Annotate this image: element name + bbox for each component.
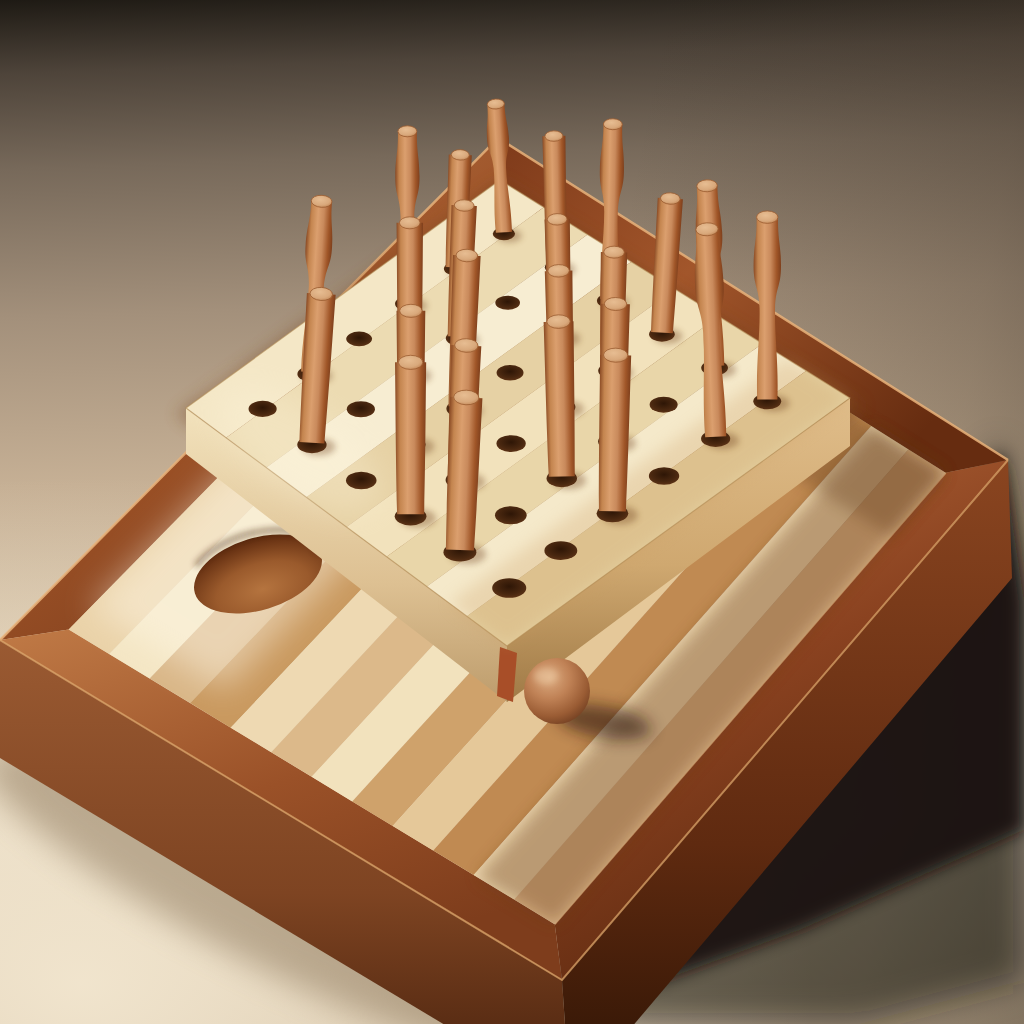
peg-shaft [544, 321, 577, 476]
ball-highlight [534, 668, 558, 684]
peg-shaft [597, 355, 631, 512]
board-hole[interactable] [496, 435, 525, 452]
peg-board-scene [0, 0, 1024, 1024]
peg-top [398, 355, 422, 369]
peg-top [757, 211, 778, 223]
peg[interactable] [543, 315, 576, 477]
board-hole[interactable] [492, 578, 526, 598]
peg-top [547, 213, 567, 225]
board-hole[interactable] [495, 296, 520, 310]
board-hole[interactable] [497, 365, 524, 380]
board-hole[interactable] [650, 397, 678, 413]
peg-top [451, 149, 469, 160]
peg-top [604, 297, 627, 310]
peg-top [400, 304, 423, 317]
peg-top [603, 348, 628, 363]
board-hole[interactable] [544, 541, 577, 560]
peg-solitaire-photo [0, 0, 1024, 1024]
peg-top [399, 217, 420, 229]
board-hole[interactable] [649, 467, 679, 484]
peg-shaft [395, 362, 426, 514]
peg-top [604, 246, 625, 258]
peg-top [545, 131, 563, 142]
board-hole[interactable] [495, 506, 527, 524]
peg-top [603, 119, 622, 130]
wooden-ball[interactable] [524, 658, 590, 724]
board-hole[interactable] [346, 472, 377, 490]
peg[interactable] [395, 355, 426, 514]
board-hole[interactable] [347, 401, 375, 417]
peg[interactable] [597, 348, 631, 512]
board-hole[interactable] [346, 331, 372, 346]
peg-top [547, 315, 571, 329]
peg-top [548, 264, 570, 277]
peg-top [398, 126, 417, 137]
board-hole[interactable] [249, 401, 277, 417]
